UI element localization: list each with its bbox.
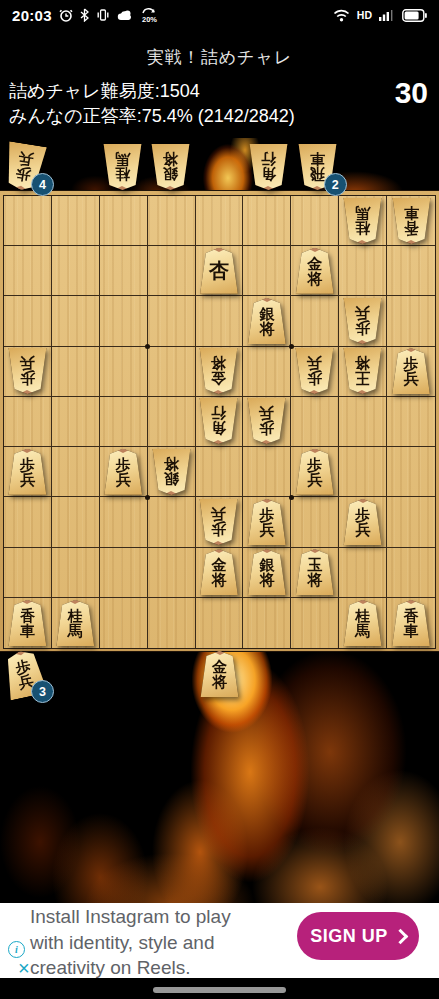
- cell-r9c3[interactable]: [100, 598, 148, 648]
- piece-sente-gin[interactable]: 銀将: [246, 298, 287, 344]
- alarm-icon: [59, 8, 73, 22]
- ad-text-line: creativity on Reels.: [30, 955, 231, 981]
- cell-r1c6[interactable]: [243, 196, 291, 246]
- cell-r8c9[interactable]: [387, 548, 435, 598]
- navigation-bar: [0, 978, 439, 999]
- piece-sente-kin[interactable]: 金将: [294, 248, 335, 294]
- cell-r3c8[interactable]: 歩兵: [339, 296, 387, 346]
- piece-sente-keima[interactable]: 桂馬: [55, 600, 96, 646]
- hand-slot-sente-kin[interactable]: 金将: [199, 651, 240, 698]
- piece-count-badge: 4: [31, 173, 54, 196]
- cell-r7c9[interactable]: [387, 497, 435, 547]
- cell-r6c3[interactable]: 歩兵: [100, 447, 148, 497]
- cell-r6c9[interactable]: [387, 447, 435, 497]
- cell-r1c1[interactable]: [4, 196, 52, 246]
- sign-up-button[interactable]: SIGN UP: [297, 912, 419, 960]
- cell-r8c7[interactable]: 玉将: [291, 548, 339, 598]
- cell-r6c1[interactable]: 歩兵: [4, 447, 52, 497]
- cell-r8c4[interactable]: [148, 548, 196, 598]
- cell-r3c4[interactable]: [148, 296, 196, 346]
- cell-r5c7[interactable]: [291, 397, 339, 447]
- cell-r5c5[interactable]: 角行: [196, 397, 244, 447]
- cell-r4c3[interactable]: [100, 347, 148, 397]
- piece-gote-fu[interactable]: 歩兵: [294, 348, 335, 394]
- cell-r2c5[interactable]: 杏: [196, 246, 244, 296]
- cell-r4c2[interactable]: [52, 347, 100, 397]
- cell-r5c3[interactable]: [100, 397, 148, 447]
- success-rate-label: みんなの正答率:75.4% (2142/2842): [9, 104, 295, 128]
- hoshi-dot: [145, 344, 150, 349]
- piece-sente-gin[interactable]: 銀将: [246, 549, 287, 595]
- cell-r5c1[interactable]: [4, 397, 52, 447]
- cell-r9c2[interactable]: 桂馬: [52, 598, 100, 648]
- sign-up-label: SIGN UP: [310, 926, 388, 947]
- ad-text-line: with identity, style and: [30, 930, 231, 956]
- piece-gote-fu[interactable]: 歩兵: [7, 348, 48, 394]
- wifi-icon: [333, 9, 350, 22]
- cell-r3c9[interactable]: [387, 296, 435, 346]
- cell-r9c6[interactable]: [243, 598, 291, 648]
- cell-r8c3[interactable]: [100, 548, 148, 598]
- piece-sente-fu[interactable]: 歩兵: [342, 499, 383, 545]
- piece-sente-gyoku[interactable]: 玉将: [294, 549, 335, 595]
- cell-r6c6[interactable]: [243, 447, 291, 497]
- cell-r1c5[interactable]: [196, 196, 244, 246]
- cell-r3c3[interactable]: [100, 296, 148, 346]
- cell-r8c5[interactable]: 金将: [196, 548, 244, 598]
- cell-r1c2[interactable]: [52, 196, 100, 246]
- hoshi-dot: [145, 495, 150, 500]
- cell-r9c8[interactable]: 桂馬: [339, 598, 387, 648]
- hd-indicator: HD: [357, 9, 372, 21]
- svg-text:20%: 20%: [142, 14, 157, 23]
- piece-gote-kaku[interactable]: 角行: [248, 144, 289, 190]
- ad-info-icon[interactable]: i: [8, 941, 25, 958]
- hand-slot-sente-fu[interactable]: 歩兵3: [4, 651, 45, 698]
- cell-r1c8[interactable]: 桂馬: [339, 196, 387, 246]
- cell-r9c5[interactable]: [196, 598, 244, 648]
- cell-r5c9[interactable]: [387, 397, 435, 447]
- clock-time: 20:03: [12, 7, 52, 24]
- cell-r7c4[interactable]: [148, 497, 196, 547]
- cell-r8c6[interactable]: 銀将: [243, 548, 291, 598]
- cell-r3c1[interactable]: [4, 296, 52, 346]
- piece-gote-kyosha[interactable]: 香車: [391, 198, 432, 244]
- cell-r3c5[interactable]: [196, 296, 244, 346]
- cell-r6c5[interactable]: [196, 447, 244, 497]
- cell-r3c7[interactable]: [291, 296, 339, 346]
- hoshi-dot: [289, 495, 294, 500]
- countdown-timer: 30: [395, 76, 428, 110]
- app-screen: 20:03 20%: [0, 0, 439, 999]
- cell-r7c1[interactable]: [4, 497, 52, 547]
- ad-banner[interactable]: Install Instagram to play with identity,…: [0, 903, 439, 978]
- cell-r5c2[interactable]: [52, 397, 100, 447]
- piece-sente-kyosha[interactable]: 香車: [391, 600, 432, 646]
- cell-r2c1[interactable]: [4, 246, 52, 296]
- data-saver-icon: 20%: [140, 8, 158, 23]
- cell-r2c7[interactable]: 金将: [291, 246, 339, 296]
- cell-r4c4[interactable]: [148, 347, 196, 397]
- ad-text: Install Instagram to play with identity,…: [30, 904, 231, 981]
- piece-sente-fu[interactable]: 歩兵: [294, 449, 335, 495]
- cell-r5c4[interactable]: [148, 397, 196, 447]
- cell-r7c3[interactable]: [100, 497, 148, 547]
- shogi-board: 桂馬香車杏金将銀将歩兵歩兵金将歩兵王将歩兵角行歩兵歩兵歩兵銀将歩兵歩兵歩兵歩兵金…: [0, 190, 439, 652]
- cell-r2c8[interactable]: [339, 246, 387, 296]
- cell-r8c2[interactable]: [52, 548, 100, 598]
- piece-sente-kin[interactable]: 金将: [199, 651, 240, 697]
- cell-r8c8[interactable]: [339, 548, 387, 598]
- piece-gote-gin[interactable]: 銀将: [150, 144, 191, 190]
- cell-r4c6[interactable]: [243, 347, 291, 397]
- signal-bars-icon: [379, 9, 395, 21]
- cell-r5c6[interactable]: 歩兵: [243, 397, 291, 447]
- piece-sente-keima[interactable]: 桂馬: [342, 600, 383, 646]
- piece-sente-fu[interactable]: 歩兵: [7, 449, 48, 495]
- hand-slot-gote-fu[interactable]: 歩兵4: [4, 144, 45, 191]
- cell-r7c2[interactable]: [52, 497, 100, 547]
- ad-close-icon[interactable]: ×: [18, 959, 30, 977]
- piece-gote-keima[interactable]: 桂馬: [342, 198, 383, 244]
- cell-r4c8[interactable]: 王将: [339, 347, 387, 397]
- cell-r8c1[interactable]: [4, 548, 52, 598]
- cell-r2c2[interactable]: [52, 246, 100, 296]
- piece-gote-kaku[interactable]: 角行: [198, 398, 239, 444]
- cell-r4c5[interactable]: 金将: [196, 347, 244, 397]
- cell-r1c3[interactable]: [100, 196, 148, 246]
- difficulty-label: 詰めチャレ難易度:1504: [9, 79, 200, 103]
- piece-gote-fu[interactable]: 歩兵: [198, 499, 239, 545]
- status-bar: 20:03 20%: [0, 0, 439, 30]
- board-grid: 桂馬香車杏金将銀将歩兵歩兵金将歩兵王将歩兵角行歩兵歩兵歩兵銀将歩兵歩兵歩兵歩兵金…: [4, 196, 435, 648]
- cell-r6c8[interactable]: [339, 447, 387, 497]
- piece-gote-fu[interactable]: 歩兵: [342, 298, 383, 344]
- piece-count-badge: 2: [324, 173, 347, 196]
- cell-r2c4[interactable]: [148, 246, 196, 296]
- hoshi-dot: [289, 344, 294, 349]
- hand-slot-gote-gin[interactable]: 銀将: [150, 144, 191, 191]
- gote-hand-tray: 歩兵4桂馬銀将角行飛車2: [0, 144, 439, 196]
- bluetooth-icon: [80, 8, 89, 22]
- hand-slot-gote-keima[interactable]: 桂馬: [102, 144, 143, 191]
- piece-sente-fu[interactable]: 歩兵: [246, 499, 287, 545]
- piece-sente-kin[interactable]: 金将: [198, 549, 239, 595]
- cell-r6c7[interactable]: 歩兵: [291, 447, 339, 497]
- sente-hand-tray: 歩兵3金将: [0, 651, 439, 703]
- piece-gote-fu[interactable]: 歩兵: [246, 398, 287, 444]
- cell-r7c7[interactable]: [291, 497, 339, 547]
- cell-r3c6[interactable]: 銀将: [243, 296, 291, 346]
- cell-r1c7[interactable]: [291, 196, 339, 246]
- cell-r2c9[interactable]: [387, 246, 435, 296]
- piece-count-badge: 3: [31, 680, 54, 703]
- piece-gote-kin[interactable]: 金将: [198, 348, 239, 394]
- cell-r9c9[interactable]: 香車: [387, 598, 435, 648]
- cell-r9c7[interactable]: [291, 598, 339, 648]
- cell-r7c6[interactable]: 歩兵: [243, 497, 291, 547]
- cell-r9c4[interactable]: [148, 598, 196, 648]
- cell-r7c8[interactable]: 歩兵: [339, 497, 387, 547]
- piece-sente-kyosha[interactable]: 香車: [7, 600, 48, 646]
- battery-icon: [402, 9, 427, 22]
- piece-sente-narikyo[interactable]: 杏: [198, 248, 239, 294]
- hand-slot-gote-hisha[interactable]: 飛車2: [297, 144, 338, 191]
- cell-r7c5[interactable]: 歩兵: [196, 497, 244, 547]
- cell-r2c3[interactable]: [100, 246, 148, 296]
- cell-r6c4[interactable]: 銀将: [148, 447, 196, 497]
- cell-r1c9[interactable]: 香車: [387, 196, 435, 246]
- piece-sente-fu[interactable]: 歩兵: [103, 449, 144, 495]
- piece-sente-fu[interactable]: 歩兵: [391, 348, 432, 394]
- cell-r5c8[interactable]: [339, 397, 387, 447]
- page-title: 実戦！詰めチャレ: [0, 46, 439, 69]
- cell-r4c1[interactable]: 歩兵: [4, 347, 52, 397]
- cell-r4c9[interactable]: 歩兵: [387, 347, 435, 397]
- cell-r4c7[interactable]: 歩兵: [291, 347, 339, 397]
- vibrate-icon: [96, 8, 110, 22]
- hand-slot-gote-kaku[interactable]: 角行: [248, 144, 289, 191]
- cell-r2c6[interactable]: [243, 246, 291, 296]
- weather-cloud-icon: [117, 8, 133, 22]
- cell-r1c4[interactable]: [148, 196, 196, 246]
- home-indicator[interactable]: [153, 987, 286, 993]
- board-surface: 桂馬香車杏金将銀将歩兵歩兵金将歩兵王将歩兵角行歩兵歩兵歩兵銀将歩兵歩兵歩兵歩兵金…: [3, 195, 436, 649]
- piece-gote-ou[interactable]: 王将: [342, 348, 383, 394]
- piece-gote-gin[interactable]: 銀将: [151, 449, 192, 495]
- ad-text-line: Install Instagram to play: [30, 904, 231, 930]
- piece-gote-keima[interactable]: 桂馬: [102, 144, 143, 190]
- cell-r6c2[interactable]: [52, 447, 100, 497]
- cell-r3c2[interactable]: [52, 296, 100, 346]
- cell-r9c1[interactable]: 香車: [4, 598, 52, 648]
- chevron-right-icon: [392, 928, 408, 944]
